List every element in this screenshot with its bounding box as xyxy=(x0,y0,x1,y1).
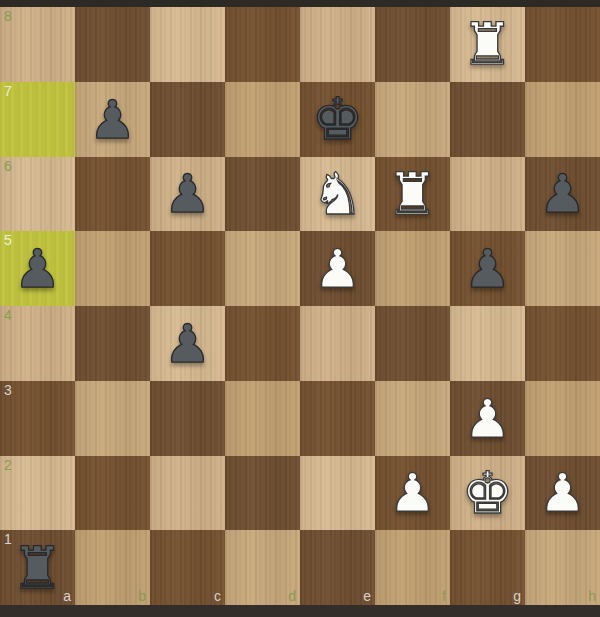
piece-black-pawn-g5[interactable]: ♟ xyxy=(464,242,512,295)
piece-white-rook-f6[interactable]: ♜ xyxy=(387,165,439,223)
file-label-e: e xyxy=(363,589,371,604)
file-label-g: g xyxy=(513,589,521,604)
square-f8[interactable] xyxy=(375,7,450,82)
square-b3[interactable] xyxy=(75,381,150,456)
piece-black-pawn-h6[interactable]: ♟ xyxy=(539,167,587,220)
square-a2[interactable]: 2 xyxy=(0,456,75,531)
square-c2[interactable] xyxy=(150,456,225,531)
square-c8[interactable] xyxy=(150,7,225,82)
square-e2[interactable] xyxy=(300,456,375,531)
file-label-b: b xyxy=(138,589,146,604)
square-f3[interactable] xyxy=(375,381,450,456)
square-g6[interactable] xyxy=(450,157,525,232)
square-e4[interactable] xyxy=(300,306,375,381)
square-g4[interactable] xyxy=(450,306,525,381)
rank-label-3: 3 xyxy=(4,382,12,398)
piece-white-pawn-e5[interactable]: ♟ xyxy=(314,242,362,295)
piece-black-king-e7[interactable]: ♚ xyxy=(312,90,364,148)
square-g7[interactable] xyxy=(450,82,525,157)
square-d2[interactable] xyxy=(225,456,300,531)
square-c3[interactable] xyxy=(150,381,225,456)
piece-white-rook-g8[interactable]: ♜ xyxy=(462,15,514,73)
square-e5[interactable]: ♟ xyxy=(300,231,375,306)
square-h1[interactable]: h xyxy=(525,530,600,605)
file-label-a: a xyxy=(63,589,71,604)
square-h6[interactable]: ♟ xyxy=(525,157,600,232)
square-d4[interactable] xyxy=(225,306,300,381)
rank-label-2: 2 xyxy=(4,457,12,473)
piece-white-pawn-h2[interactable]: ♟ xyxy=(539,466,587,519)
square-a4[interactable]: 4 xyxy=(0,306,75,381)
square-f5[interactable] xyxy=(375,231,450,306)
square-a6[interactable]: 6 xyxy=(0,157,75,232)
piece-black-pawn-a5[interactable]: ♟ xyxy=(14,242,62,295)
piece-white-king-g2[interactable]: ♚ xyxy=(462,464,514,522)
square-a8[interactable]: 8 xyxy=(0,7,75,82)
square-b2[interactable] xyxy=(75,456,150,531)
square-a3[interactable]: 3 xyxy=(0,381,75,456)
rank-label-7: 7 xyxy=(4,83,12,99)
square-h2[interactable]: ♟ xyxy=(525,456,600,531)
square-d3[interactable] xyxy=(225,381,300,456)
square-b5[interactable] xyxy=(75,231,150,306)
square-b8[interactable] xyxy=(75,7,150,82)
square-h8[interactable] xyxy=(525,7,600,82)
square-d1[interactable]: d xyxy=(225,530,300,605)
square-d6[interactable] xyxy=(225,157,300,232)
square-c1[interactable]: c xyxy=(150,530,225,605)
square-d8[interactable] xyxy=(225,7,300,82)
bottom-frame-bar xyxy=(0,605,600,617)
rank-label-8: 8 xyxy=(4,8,12,24)
piece-black-pawn-c6[interactable]: ♟ xyxy=(164,167,212,220)
piece-white-knight-e6[interactable]: ♞ xyxy=(312,165,364,223)
square-f6[interactable]: ♜ xyxy=(375,157,450,232)
piece-black-pawn-c4[interactable]: ♟ xyxy=(164,317,212,370)
rank-label-1: 1 xyxy=(4,531,12,547)
square-a7[interactable]: 7 xyxy=(0,82,75,157)
square-b6[interactable] xyxy=(75,157,150,232)
piece-black-rook-a1[interactable]: ♜ xyxy=(12,539,64,597)
square-c7[interactable] xyxy=(150,82,225,157)
piece-white-pawn-g3[interactable]: ♟ xyxy=(464,392,512,445)
square-c6[interactable]: ♟ xyxy=(150,157,225,232)
piece-black-pawn-b7[interactable]: ♟ xyxy=(89,93,137,146)
file-label-d: d xyxy=(288,589,296,604)
square-b7[interactable]: ♟ xyxy=(75,82,150,157)
file-label-c: c xyxy=(214,589,221,604)
square-b4[interactable] xyxy=(75,306,150,381)
square-h3[interactable] xyxy=(525,381,600,456)
square-h7[interactable] xyxy=(525,82,600,157)
square-g3[interactable]: ♟ xyxy=(450,381,525,456)
square-a5[interactable]: 5♟ xyxy=(0,231,75,306)
file-label-h: h xyxy=(588,589,596,604)
square-h5[interactable] xyxy=(525,231,600,306)
square-f1[interactable]: f xyxy=(375,530,450,605)
chess-board: 8♜7♟♚6♟♞♜♟5♟♟♟4♟3♟2♟♚♟1a♜bcdefgh xyxy=(0,7,600,605)
square-f4[interactable] xyxy=(375,306,450,381)
rank-label-6: 6 xyxy=(4,158,12,174)
square-a1[interactable]: 1a♜ xyxy=(0,530,75,605)
square-g2[interactable]: ♚ xyxy=(450,456,525,531)
square-g8[interactable]: ♜ xyxy=(450,7,525,82)
file-label-f: f xyxy=(442,589,446,604)
piece-white-pawn-f2[interactable]: ♟ xyxy=(389,466,437,519)
square-f7[interactable] xyxy=(375,82,450,157)
chess-app: 8♜7♟♚6♟♞♜♟5♟♟♟4♟3♟2♟♚♟1a♜bcdefgh xyxy=(0,0,600,617)
square-h4[interactable] xyxy=(525,306,600,381)
square-g1[interactable]: g xyxy=(450,530,525,605)
top-frame-bar xyxy=(0,0,600,7)
square-g5[interactable]: ♟ xyxy=(450,231,525,306)
rank-label-5: 5 xyxy=(4,232,12,248)
square-d5[interactable] xyxy=(225,231,300,306)
square-e6[interactable]: ♞ xyxy=(300,157,375,232)
square-c5[interactable] xyxy=(150,231,225,306)
square-c4[interactable]: ♟ xyxy=(150,306,225,381)
square-b1[interactable]: b xyxy=(75,530,150,605)
square-e3[interactable] xyxy=(300,381,375,456)
square-e8[interactable] xyxy=(300,7,375,82)
square-e1[interactable]: e xyxy=(300,530,375,605)
square-f2[interactable]: ♟ xyxy=(375,456,450,531)
rank-label-4: 4 xyxy=(4,307,12,323)
square-d7[interactable] xyxy=(225,82,300,157)
square-e7[interactable]: ♚ xyxy=(300,82,375,157)
